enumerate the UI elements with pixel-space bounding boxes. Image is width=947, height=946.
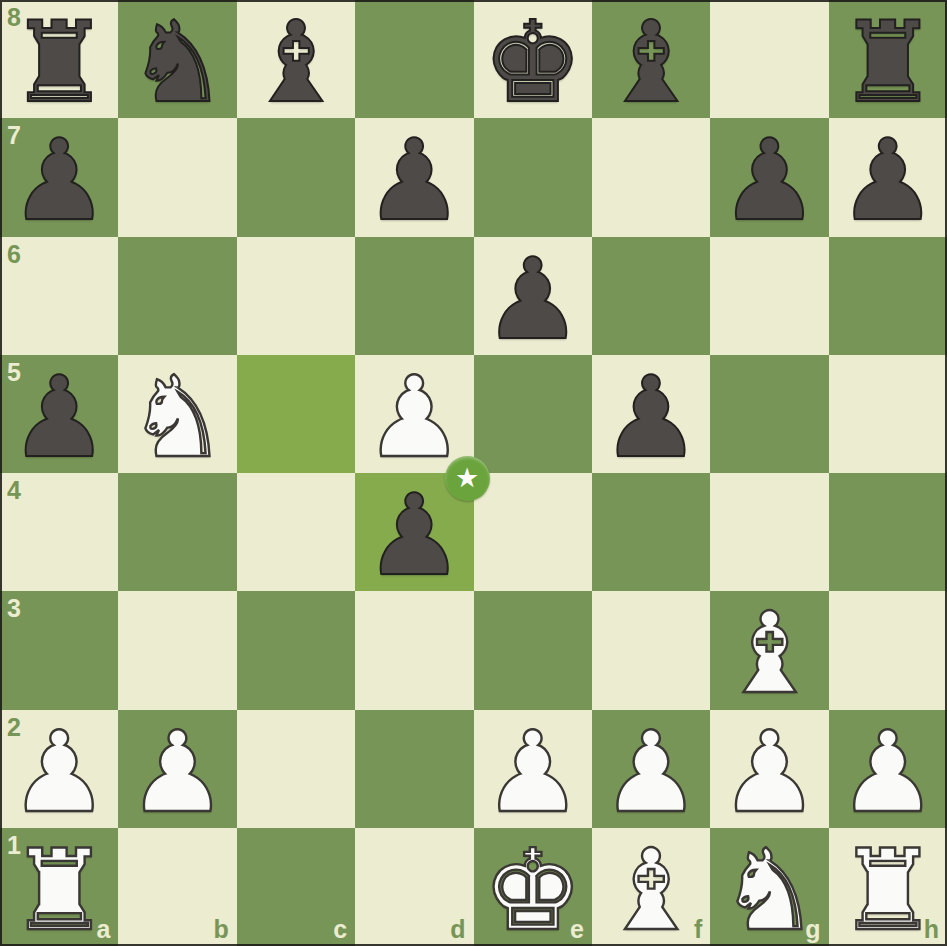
piece-white-pawn[interactable]: ♟: [127, 716, 227, 828]
square-h1[interactable]: ♜h: [829, 828, 947, 946]
square-b4[interactable]: [118, 473, 236, 591]
piece-black-pawn[interactable]: ♟: [364, 124, 464, 236]
best-move-badge: ★: [445, 456, 490, 501]
square-a8[interactable]: ♜8: [0, 0, 118, 118]
square-h2[interactable]: ♟: [829, 710, 947, 828]
piece-white-pawn[interactable]: ♟: [482, 716, 582, 828]
square-e6[interactable]: ♟: [474, 237, 592, 355]
square-d7[interactable]: ♟: [355, 118, 473, 236]
square-g3[interactable]: ♝: [710, 591, 828, 709]
square-h7[interactable]: ♟: [829, 118, 947, 236]
square-e5[interactable]: [474, 355, 592, 473]
square-c6[interactable]: [237, 237, 355, 355]
piece-black-knight[interactable]: ♞: [127, 6, 227, 118]
square-e3[interactable]: [474, 591, 592, 709]
square-g6[interactable]: [710, 237, 828, 355]
square-h5[interactable]: [829, 355, 947, 473]
square-b8[interactable]: ♞: [118, 0, 236, 118]
square-c2[interactable]: [237, 710, 355, 828]
square-e8[interactable]: ♚: [474, 0, 592, 118]
square-h6[interactable]: [829, 237, 947, 355]
square-g5[interactable]: [710, 355, 828, 473]
square-g4[interactable]: [710, 473, 828, 591]
square-f2[interactable]: ♟: [592, 710, 710, 828]
square-e4[interactable]: [474, 473, 592, 591]
square-g1[interactable]: ♞g: [710, 828, 828, 946]
square-f8[interactable]: ♝: [592, 0, 710, 118]
square-a3[interactable]: 3: [0, 591, 118, 709]
piece-black-bishop[interactable]: ♝: [601, 6, 701, 118]
square-b3[interactable]: [118, 591, 236, 709]
square-c1[interactable]: c: [237, 828, 355, 946]
piece-white-pawn[interactable]: ♟: [838, 716, 938, 828]
piece-white-knight[interactable]: ♞: [719, 834, 819, 946]
piece-black-pawn[interactable]: ♟: [9, 124, 109, 236]
square-h3[interactable]: [829, 591, 947, 709]
square-d8[interactable]: [355, 0, 473, 118]
square-d2[interactable]: [355, 710, 473, 828]
square-b1[interactable]: b: [118, 828, 236, 946]
square-d1[interactable]: d: [355, 828, 473, 946]
piece-black-pawn[interactable]: ♟: [838, 124, 938, 236]
square-a7[interactable]: ♟7: [0, 118, 118, 236]
piece-white-pawn[interactable]: ♟: [364, 361, 464, 473]
piece-white-knight[interactable]: ♞: [127, 361, 227, 473]
square-g7[interactable]: ♟: [710, 118, 828, 236]
square-g8[interactable]: [710, 0, 828, 118]
piece-white-pawn[interactable]: ♟: [9, 716, 109, 828]
square-b5[interactable]: ♞: [118, 355, 236, 473]
piece-white-pawn[interactable]: ♟: [601, 716, 701, 828]
square-h8[interactable]: ♜: [829, 0, 947, 118]
square-h4[interactable]: [829, 473, 947, 591]
square-b7[interactable]: [118, 118, 236, 236]
rank-label-6: 6: [7, 242, 21, 267]
square-f5[interactable]: ♟: [592, 355, 710, 473]
square-c3[interactable]: [237, 591, 355, 709]
piece-white-king[interactable]: ♚: [482, 834, 582, 946]
square-a5[interactable]: ♟5: [0, 355, 118, 473]
star-icon: ★: [455, 464, 479, 491]
file-label-d: d: [450, 917, 465, 942]
square-f4[interactable]: [592, 473, 710, 591]
piece-black-pawn[interactable]: ♟: [719, 124, 819, 236]
piece-white-bishop[interactable]: ♝: [601, 834, 701, 946]
square-e7[interactable]: [474, 118, 592, 236]
square-c4[interactable]: [237, 473, 355, 591]
square-d4[interactable]: ♟★: [355, 473, 473, 591]
square-f1[interactable]: ♝f: [592, 828, 710, 946]
rank-label-3: 3: [7, 596, 21, 621]
square-a2[interactable]: ♟2: [0, 710, 118, 828]
piece-black-rook[interactable]: ♜: [838, 6, 938, 118]
square-c7[interactable]: [237, 118, 355, 236]
square-d3[interactable]: [355, 591, 473, 709]
file-label-b: b: [213, 917, 228, 942]
piece-black-pawn[interactable]: ♟: [9, 361, 109, 473]
piece-black-pawn[interactable]: ♟: [482, 243, 582, 355]
square-a4[interactable]: 4: [0, 473, 118, 591]
piece-black-bishop[interactable]: ♝: [246, 6, 346, 118]
square-c5[interactable]: [237, 355, 355, 473]
square-a1[interactable]: ♜1a: [0, 828, 118, 946]
square-c8[interactable]: ♝: [237, 0, 355, 118]
square-b6[interactable]: [118, 237, 236, 355]
rank-label-4: 4: [7, 478, 21, 503]
square-g2[interactable]: ♟: [710, 710, 828, 828]
piece-black-pawn[interactable]: ♟: [601, 361, 701, 473]
piece-black-rook[interactable]: ♜: [9, 6, 109, 118]
square-b2[interactable]: ♟: [118, 710, 236, 828]
piece-white-rook[interactable]: ♜: [838, 834, 938, 946]
square-f6[interactable]: [592, 237, 710, 355]
square-e1[interactable]: ♚e: [474, 828, 592, 946]
square-e2[interactable]: ♟: [474, 710, 592, 828]
square-f3[interactable]: [592, 591, 710, 709]
square-d6[interactable]: [355, 237, 473, 355]
piece-white-pawn[interactable]: ♟: [719, 716, 819, 828]
square-a6[interactable]: 6: [0, 237, 118, 355]
file-label-c: c: [333, 917, 347, 942]
piece-black-king[interactable]: ♚: [482, 6, 582, 118]
piece-white-bishop[interactable]: ♝: [719, 597, 819, 709]
square-d5[interactable]: ♟: [355, 355, 473, 473]
square-f7[interactable]: [592, 118, 710, 236]
piece-white-rook[interactable]: ♜: [9, 834, 109, 946]
piece-black-pawn[interactable]: ♟: [364, 479, 464, 591]
chess-board[interactable]: ♜8♞♝♚♝♜♟7♟♟♟6♟♟5♞♟♟4♟★3♝♟2♟♟♟♟♟♜1abcd♚e♝…: [0, 0, 947, 946]
